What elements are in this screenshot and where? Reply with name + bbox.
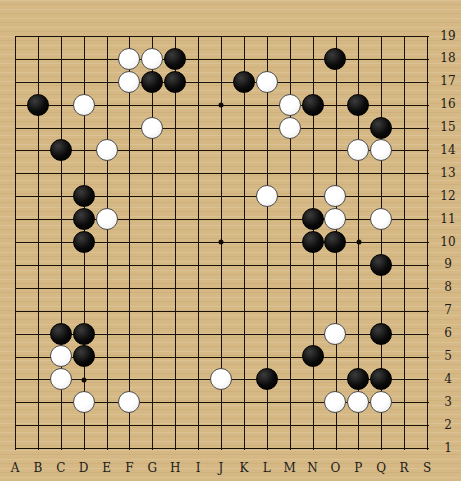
stone-black-O10[interactable] [324, 231, 346, 253]
stone-black-D10[interactable] [73, 231, 95, 253]
stone-black-D5[interactable] [73, 345, 95, 367]
row-label-2: 2 [436, 414, 460, 437]
stone-white-E14[interactable] [96, 139, 118, 161]
stone-white-M16[interactable] [279, 94, 301, 116]
column-label-O: O [324, 457, 347, 479]
stone-white-Q11[interactable] [370, 208, 392, 230]
stone-white-O3[interactable] [324, 391, 346, 413]
stone-black-G17[interactable] [141, 71, 163, 93]
row-label-12: 12 [436, 185, 460, 208]
stone-black-K17[interactable] [233, 71, 255, 93]
stone-white-O11[interactable] [324, 208, 346, 230]
column-label-M: M [278, 457, 301, 479]
stone-black-H18[interactable] [164, 48, 186, 70]
column-label-D: D [72, 457, 95, 479]
stone-black-N16[interactable] [302, 94, 324, 116]
stone-black-N5[interactable] [302, 345, 324, 367]
stone-white-C5[interactable] [50, 345, 72, 367]
column-label-H: H [164, 457, 187, 479]
stone-white-L17[interactable] [256, 71, 278, 93]
row-label-4: 4 [436, 368, 460, 391]
column-label-L: L [255, 457, 278, 479]
stone-black-Q4[interactable] [370, 368, 392, 390]
stone-black-N10[interactable] [302, 231, 324, 253]
column-label-S: S [416, 457, 439, 479]
stone-white-Q14[interactable] [370, 139, 392, 161]
column-label-Q: Q [370, 457, 393, 479]
stone-white-O6[interactable] [324, 323, 346, 345]
row-label-17: 17 [436, 70, 460, 93]
stone-white-J4[interactable] [210, 368, 232, 390]
row-label-7: 7 [436, 299, 460, 322]
stones-layer [4, 25, 439, 460]
stone-white-C4[interactable] [50, 368, 72, 390]
row-label-16: 16 [436, 93, 460, 116]
stone-black-D12[interactable] [73, 185, 95, 207]
column-label-N: N [301, 457, 324, 479]
stone-black-D6[interactable] [73, 323, 95, 345]
stone-white-P14[interactable] [347, 139, 369, 161]
stone-white-D3[interactable] [73, 391, 95, 413]
row-label-15: 15 [436, 116, 460, 139]
stone-white-Q3[interactable] [370, 391, 392, 413]
stone-white-F17[interactable] [118, 71, 140, 93]
stone-black-P16[interactable] [347, 94, 369, 116]
column-label-G: G [141, 457, 164, 479]
stone-black-C14[interactable] [50, 139, 72, 161]
stone-white-G15[interactable] [141, 117, 163, 139]
stone-black-D11[interactable] [73, 208, 95, 230]
column-label-B: B [26, 457, 49, 479]
stone-white-L12[interactable] [256, 185, 278, 207]
go-board-screenshot: ABCDEFGHIJKLMNOPQRS 19181716151413121110… [0, 0, 461, 481]
row-label-18: 18 [436, 47, 460, 70]
column-label-P: P [347, 457, 370, 479]
row-label-5: 5 [436, 345, 460, 368]
stone-black-P4[interactable] [347, 368, 369, 390]
column-label-A: A [4, 457, 27, 479]
row-label-6: 6 [436, 322, 460, 345]
stone-black-C6[interactable] [50, 323, 72, 345]
stone-black-B16[interactable] [27, 94, 49, 116]
stone-white-F3[interactable] [118, 391, 140, 413]
stone-black-Q6[interactable] [370, 323, 392, 345]
row-label-11: 11 [436, 208, 460, 231]
row-label-10: 10 [436, 231, 460, 254]
row-label-8: 8 [436, 276, 460, 299]
stone-black-N11[interactable] [302, 208, 324, 230]
stone-white-G18[interactable] [141, 48, 163, 70]
column-label-I: I [187, 457, 210, 479]
stone-white-M15[interactable] [279, 117, 301, 139]
column-label-F: F [118, 457, 141, 479]
row-label-9: 9 [436, 253, 460, 276]
row-label-14: 14 [436, 139, 460, 162]
stone-white-P3[interactable] [347, 391, 369, 413]
stone-black-O18[interactable] [324, 48, 346, 70]
stone-white-F18[interactable] [118, 48, 140, 70]
column-labels: ABCDEFGHIJKLMNOPQRS [4, 457, 439, 479]
row-label-19: 19 [436, 25, 460, 48]
row-label-3: 3 [436, 391, 460, 414]
column-label-J: J [210, 457, 233, 479]
stone-black-H17[interactable] [164, 71, 186, 93]
row-label-1: 1 [436, 437, 460, 460]
column-label-C: C [49, 457, 72, 479]
row-label-13: 13 [436, 162, 460, 185]
column-label-R: R [393, 457, 416, 479]
column-label-E: E [95, 457, 118, 479]
column-label-K: K [232, 457, 255, 479]
stone-black-Q9[interactable] [370, 254, 392, 276]
row-labels: 19181716151413121110987654321 [436, 25, 460, 460]
stone-white-D16[interactable] [73, 94, 95, 116]
stone-black-L4[interactable] [256, 368, 278, 390]
stone-black-Q15[interactable] [370, 117, 392, 139]
stone-white-O12[interactable] [324, 185, 346, 207]
stone-white-E11[interactable] [96, 208, 118, 230]
